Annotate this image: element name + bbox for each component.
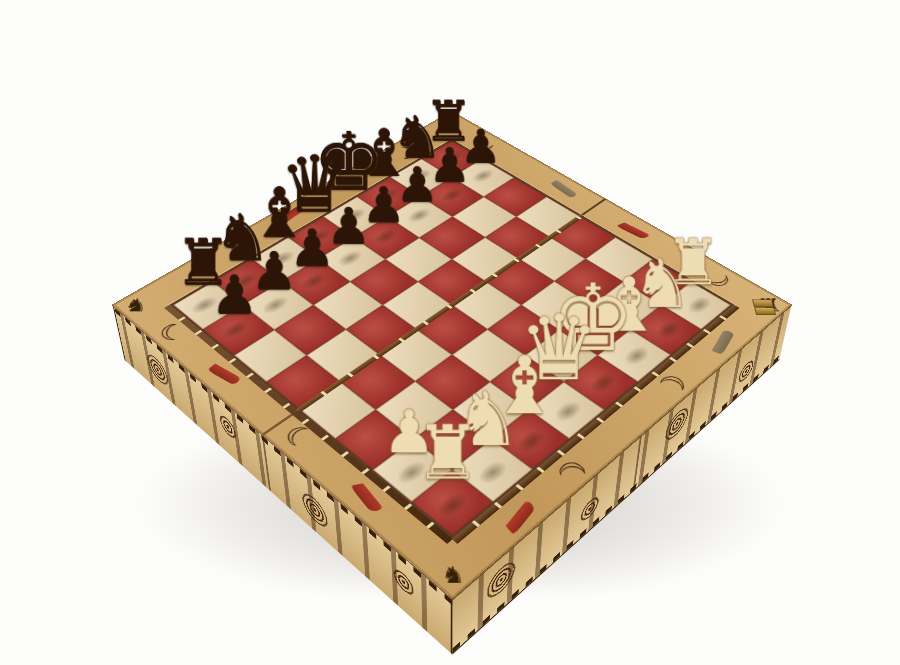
chess-box: ☾ ☾ ♞ ♞ ☾ ☾ ♜ ☾ ☾ ☾ bbox=[113, 111, 792, 598]
box-fold-joint bbox=[632, 434, 642, 492]
metal-clasp bbox=[752, 300, 774, 308]
piece-base-shadow bbox=[217, 318, 253, 342]
comma-swirl-ornament: ☾ bbox=[157, 321, 187, 344]
knight-head-inlay: ♞ bbox=[441, 564, 466, 587]
piece-base-shadow bbox=[404, 206, 435, 226]
piece-base-shadow bbox=[297, 270, 331, 292]
piece-base-shadow bbox=[432, 489, 472, 521]
red-flame-inlay bbox=[616, 222, 651, 239]
box-fold-joint bbox=[262, 434, 271, 492]
black-pawn-glyph: ♟ bbox=[211, 268, 258, 321]
piece-base-shadow bbox=[258, 293, 293, 316]
piece-base-shadow bbox=[436, 186, 467, 205]
piece-base-shadow bbox=[334, 248, 367, 269]
piece-base-shadow bbox=[468, 167, 498, 185]
comma-swirl-ornament: ☾ bbox=[552, 459, 591, 486]
piece-base-shadow bbox=[369, 226, 401, 247]
gray-flame-inlay bbox=[712, 329, 735, 355]
product-photo-stage: ☾ ☾ ♞ ♞ ☾ ☾ ♜ ☾ ☾ ☾ bbox=[0, 0, 900, 665]
gray-flame-inlay bbox=[550, 180, 578, 198]
knight-head-inlay: ♞ bbox=[122, 296, 150, 314]
white-rook-glyph: ♜ bbox=[414, 416, 481, 490]
pieces-layer: ♜♞♝♛♚♝♞♜♟♟♟♟♟♟♟♟♜♞♝♛♚♝♞♜♟ bbox=[169, 139, 735, 540]
metal-clasp bbox=[754, 307, 776, 315]
board-frame: ☾ ☾ ♞ ♞ ☾ ☾ ♜ ☾ ☾ ☾ bbox=[113, 111, 792, 598]
perspective-scene: ☾ ☾ ♞ ♞ ☾ ☾ ♜ ☾ ☾ ☾ bbox=[0, 0, 900, 665]
